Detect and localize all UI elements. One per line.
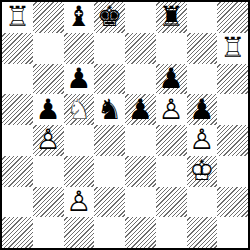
square-b7[interactable] (33, 33, 64, 64)
square-g3[interactable]: ♚♔ (187, 156, 218, 187)
square-e2[interactable] (125, 187, 156, 218)
piece-white-pawn: ♙ (33, 125, 64, 156)
white-pawn-fill: ♟ (33, 125, 64, 156)
piece-black-pawn: ♟ (64, 64, 95, 95)
piece-black-pawn: ♟ (187, 94, 218, 125)
white-pawn-fill: ♟ (187, 125, 218, 156)
square-h8[interactable] (217, 2, 248, 33)
square-f6[interactable]: ♟ (156, 64, 187, 95)
piece-white-pawn: ♙ (64, 187, 95, 218)
piece-black-pawn: ♟ (125, 94, 156, 125)
piece-white-pawn: ♙ (156, 94, 187, 125)
square-a2[interactable] (2, 187, 33, 218)
square-e1[interactable] (125, 217, 156, 248)
piece-white-pawn: ♙ (187, 125, 218, 156)
square-b2[interactable] (33, 187, 64, 218)
square-f8[interactable]: ♜ (156, 2, 187, 33)
square-e3[interactable] (125, 156, 156, 187)
square-a8[interactable]: ♜♖ (2, 2, 33, 33)
square-h2[interactable] (217, 187, 248, 218)
square-b8[interactable] (33, 2, 64, 33)
piece-white-rook: ♖ (2, 2, 33, 33)
square-a6[interactable] (2, 64, 33, 95)
square-b6[interactable] (33, 64, 64, 95)
square-c7[interactable] (64, 33, 95, 64)
square-c6[interactable]: ♟ (64, 64, 95, 95)
piece-white-king: ♔ (187, 156, 218, 187)
square-f1[interactable] (156, 217, 187, 248)
square-b1[interactable] (33, 217, 64, 248)
square-g5[interactable]: ♟ (187, 94, 218, 125)
chess-board-frame: ♜♖♝♚♜♜♖♟♟♟♞♘♞♟♟♙♟♟♙♟♙♚♔♟♙ (0, 0, 250, 250)
square-a1[interactable] (2, 217, 33, 248)
piece-black-rook: ♜ (156, 2, 187, 33)
square-d6[interactable] (94, 64, 125, 95)
square-b3[interactable] (33, 156, 64, 187)
square-h6[interactable] (217, 64, 248, 95)
white-pawn-fill: ♟ (64, 187, 95, 218)
square-g6[interactable] (187, 64, 218, 95)
square-d8[interactable]: ♚ (94, 2, 125, 33)
square-b4[interactable]: ♟♙ (33, 125, 64, 156)
square-f7[interactable] (156, 33, 187, 64)
square-g4[interactable]: ♟♙ (187, 125, 218, 156)
square-h4[interactable] (217, 125, 248, 156)
square-c8[interactable]: ♝ (64, 2, 95, 33)
square-c2[interactable]: ♟♙ (64, 187, 95, 218)
square-c5[interactable]: ♞♘ (64, 94, 95, 125)
square-d1[interactable] (94, 217, 125, 248)
piece-black-bishop: ♝ (64, 2, 95, 33)
square-h5[interactable] (217, 94, 248, 125)
white-pawn-fill: ♟ (156, 94, 187, 125)
piece-white-knight: ♘ (64, 94, 95, 125)
piece-black-king: ♚ (94, 2, 125, 33)
square-c1[interactable] (64, 217, 95, 248)
square-e6[interactable] (125, 64, 156, 95)
square-d3[interactable] (94, 156, 125, 187)
white-rook-fill: ♜ (2, 2, 33, 33)
white-rook-fill: ♜ (217, 33, 248, 64)
square-e7[interactable] (125, 33, 156, 64)
square-a5[interactable] (2, 94, 33, 125)
square-c3[interactable] (64, 156, 95, 187)
square-a7[interactable] (2, 33, 33, 64)
piece-white-rook: ♖ (217, 33, 248, 64)
white-knight-fill: ♞ (64, 94, 95, 125)
square-d4[interactable] (94, 125, 125, 156)
square-e5[interactable]: ♟ (125, 94, 156, 125)
square-h3[interactable] (217, 156, 248, 187)
square-a3[interactable] (2, 156, 33, 187)
square-g8[interactable] (187, 2, 218, 33)
piece-black-knight: ♞ (94, 94, 125, 125)
square-e8[interactable] (125, 2, 156, 33)
square-c4[interactable] (64, 125, 95, 156)
square-d7[interactable] (94, 33, 125, 64)
piece-black-pawn: ♟ (33, 94, 64, 125)
square-g1[interactable] (187, 217, 218, 248)
square-e4[interactable] (125, 125, 156, 156)
square-b5[interactable]: ♟ (33, 94, 64, 125)
square-h1[interactable] (217, 217, 248, 248)
square-f4[interactable] (156, 125, 187, 156)
white-king-fill: ♚ (187, 156, 218, 187)
chess-board: ♜♖♝♚♜♜♖♟♟♟♞♘♞♟♟♙♟♟♙♟♙♚♔♟♙ (2, 2, 248, 248)
square-f3[interactable] (156, 156, 187, 187)
square-f2[interactable] (156, 187, 187, 218)
square-g7[interactable] (187, 33, 218, 64)
square-d2[interactable] (94, 187, 125, 218)
square-g2[interactable] (187, 187, 218, 218)
piece-black-pawn: ♟ (156, 64, 187, 95)
square-h7[interactable]: ♜♖ (217, 33, 248, 64)
square-a4[interactable] (2, 125, 33, 156)
square-f5[interactable]: ♟♙ (156, 94, 187, 125)
square-d5[interactable]: ♞ (94, 94, 125, 125)
